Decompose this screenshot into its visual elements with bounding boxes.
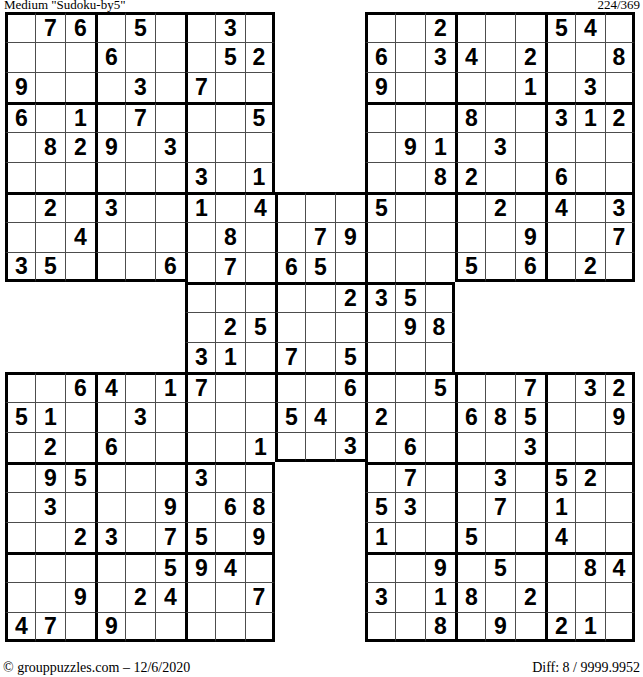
given-r18c5[interactable]: 5 [155, 552, 185, 582]
given-r1c20[interactable]: 8 [605, 42, 635, 72]
given-r10c13[interactable]: 9 [395, 312, 425, 342]
cell-r16c15[interactable] [455, 492, 485, 522]
given-r17c3[interactable]: 3 [95, 522, 125, 552]
cell-r13c2[interactable] [65, 402, 95, 432]
given-r18c19[interactable]: 8 [575, 552, 605, 582]
cell-r18c12[interactable] [365, 552, 395, 582]
cell-r17c7[interactable] [215, 522, 245, 552]
given-r19c17[interactable]: 2 [515, 582, 545, 612]
given-r6c18[interactable]: 4 [545, 192, 575, 222]
cell-r14c15[interactable] [455, 432, 485, 462]
given-r5c8[interactable]: 1 [245, 162, 275, 192]
cell-r20c20[interactable] [605, 612, 635, 642]
given-r10c7[interactable]: 2 [215, 312, 245, 342]
given-r14c8[interactable]: 1 [245, 432, 275, 462]
cell-r3c3[interactable] [95, 102, 125, 132]
cell-r20c6[interactable] [185, 612, 215, 642]
cell-r13c8[interactable] [245, 402, 275, 432]
cell-r8c3[interactable] [95, 252, 125, 282]
cell-r7c19[interactable] [575, 222, 605, 252]
cell-r5c19[interactable] [575, 162, 605, 192]
given-r0c7[interactable]: 3 [215, 12, 245, 42]
cell-r14c7[interactable] [215, 432, 245, 462]
cell-r15c5[interactable] [155, 462, 185, 492]
cell-r4c4[interactable] [125, 132, 155, 162]
cell-r20c17[interactable] [515, 612, 545, 642]
given-r18c7[interactable]: 4 [215, 552, 245, 582]
given-r16c18[interactable]: 1 [545, 492, 575, 522]
cell-r3c17[interactable] [515, 102, 545, 132]
given-r15c16[interactable]: 3 [485, 462, 515, 492]
cell-r7c15[interactable] [455, 222, 485, 252]
given-r18c6[interactable]: 9 [185, 552, 215, 582]
cell-r13c6[interactable] [185, 402, 215, 432]
given-r1c7[interactable]: 5 [215, 42, 245, 72]
given-r9c11[interactable]: 2 [335, 282, 365, 312]
cell-r16c3[interactable] [95, 492, 125, 522]
given-r16c12[interactable]: 5 [365, 492, 395, 522]
given-r7c17[interactable]: 9 [515, 222, 545, 252]
cell-r12c12[interactable] [365, 372, 395, 402]
cell-r8c16[interactable] [485, 252, 515, 282]
given-r19c14[interactable]: 1 [425, 582, 455, 612]
cell-r7c6[interactable] [185, 222, 215, 252]
cell-r15c3[interactable] [95, 462, 125, 492]
given-r11c11[interactable]: 5 [335, 342, 365, 372]
given-r16c5[interactable]: 9 [155, 492, 185, 522]
cell-r18c4[interactable] [125, 552, 155, 582]
cell-r14c6[interactable] [185, 432, 215, 462]
cell-r6c17[interactable] [515, 192, 545, 222]
cell-r3c6[interactable] [185, 102, 215, 132]
given-r14c17[interactable]: 3 [515, 432, 545, 462]
cell-r4c20[interactable] [605, 132, 635, 162]
cell-r7c18[interactable] [545, 222, 575, 252]
given-r3c2[interactable]: 1 [65, 102, 95, 132]
given-r8c9[interactable]: 6 [275, 252, 305, 282]
given-r15c19[interactable]: 2 [575, 462, 605, 492]
given-r12c5[interactable]: 1 [155, 372, 185, 402]
given-r9c13[interactable]: 5 [395, 282, 425, 312]
cell-r2c8[interactable] [245, 72, 275, 102]
cell-r5c5[interactable] [155, 162, 185, 192]
given-r3c0[interactable]: 6 [5, 102, 35, 132]
cell-r4c17[interactable] [515, 132, 545, 162]
cell-r18c2[interactable] [65, 552, 95, 582]
cell-r9c10[interactable] [305, 282, 335, 312]
cell-r10c12[interactable] [365, 312, 395, 342]
cell-r8c11[interactable] [335, 252, 365, 282]
cell-r5c3[interactable] [95, 162, 125, 192]
cell-r4c6[interactable] [185, 132, 215, 162]
cell-r8c12[interactable] [365, 252, 395, 282]
given-r9c12[interactable]: 3 [365, 282, 395, 312]
given-r2c6[interactable]: 7 [185, 72, 215, 102]
given-r3c19[interactable]: 1 [575, 102, 605, 132]
given-r11c7[interactable]: 1 [215, 342, 245, 372]
cell-r0c6[interactable] [185, 12, 215, 42]
given-r19c15[interactable]: 8 [455, 582, 485, 612]
given-r6c3[interactable]: 3 [95, 192, 125, 222]
cell-r3c5[interactable] [155, 102, 185, 132]
cell-r14c18[interactable] [545, 432, 575, 462]
given-r17c6[interactable]: 5 [185, 522, 215, 552]
cell-r18c0[interactable] [5, 552, 35, 582]
given-r15c18[interactable]: 5 [545, 462, 575, 492]
cell-r8c20[interactable] [605, 252, 635, 282]
cell-r18c3[interactable] [95, 552, 125, 582]
given-r14c11[interactable]: 3 [335, 432, 365, 462]
given-r15c13[interactable]: 7 [395, 462, 425, 492]
cell-r7c3[interactable] [95, 222, 125, 252]
cell-r13c13[interactable] [395, 402, 425, 432]
given-r12c2[interactable]: 6 [65, 372, 95, 402]
given-r8c15[interactable]: 5 [455, 252, 485, 282]
given-r6c6[interactable]: 1 [185, 192, 215, 222]
cell-r1c19[interactable] [575, 42, 605, 72]
cell-r1c18[interactable] [545, 42, 575, 72]
given-r20c0[interactable]: 4 [5, 612, 35, 642]
given-r8c0[interactable]: 3 [5, 252, 35, 282]
given-r1c14[interactable]: 3 [425, 42, 455, 72]
cell-r14c5[interactable] [155, 432, 185, 462]
cell-r5c13[interactable] [395, 162, 425, 192]
given-r16c13[interactable]: 3 [395, 492, 425, 522]
cell-r7c16[interactable] [485, 222, 515, 252]
cell-r20c2[interactable] [65, 612, 95, 642]
given-r19c12[interactable]: 3 [365, 582, 395, 612]
cell-r17c4[interactable] [125, 522, 155, 552]
given-r0c4[interactable]: 5 [125, 12, 155, 42]
cell-r5c12[interactable] [365, 162, 395, 192]
cell-r15c8[interactable] [245, 462, 275, 492]
given-r5c14[interactable]: 8 [425, 162, 455, 192]
cell-r10c10[interactable] [305, 312, 335, 342]
cell-r15c14[interactable] [425, 462, 455, 492]
given-r13c0[interactable]: 5 [5, 402, 35, 432]
cell-r17c14[interactable] [425, 522, 455, 552]
cell-r6c14[interactable] [425, 192, 455, 222]
cell-r7c5[interactable] [155, 222, 185, 252]
cell-r10c11[interactable] [335, 312, 365, 342]
given-r17c2[interactable]: 2 [65, 522, 95, 552]
cell-r2c1[interactable] [35, 72, 65, 102]
cell-r3c12[interactable] [365, 102, 395, 132]
cell-r17c16[interactable] [485, 522, 515, 552]
cell-r2c3[interactable] [95, 72, 125, 102]
cell-r13c14[interactable] [425, 402, 455, 432]
cell-r17c17[interactable] [515, 522, 545, 552]
given-r1c3[interactable]: 6 [95, 42, 125, 72]
cell-r1c16[interactable] [485, 42, 515, 72]
cell-r11c10[interactable] [305, 342, 335, 372]
cell-r14c14[interactable] [425, 432, 455, 462]
given-r7c7[interactable]: 8 [215, 222, 245, 252]
cell-r7c13[interactable] [395, 222, 425, 252]
given-r5c18[interactable]: 6 [545, 162, 575, 192]
cell-r14c12[interactable] [365, 432, 395, 462]
given-r1c8[interactable]: 2 [245, 42, 275, 72]
given-r19c4[interactable]: 2 [125, 582, 155, 612]
given-r13c12[interactable]: 2 [365, 402, 395, 432]
cell-r7c9[interactable] [275, 222, 305, 252]
cell-r1c2[interactable] [65, 42, 95, 72]
given-r3c15[interactable]: 8 [455, 102, 485, 132]
cell-r16c19[interactable] [575, 492, 605, 522]
cell-r15c15[interactable] [455, 462, 485, 492]
cell-r15c7[interactable] [215, 462, 245, 492]
cell-r4c8[interactable] [245, 132, 275, 162]
given-r20c16[interactable]: 9 [485, 612, 515, 642]
cell-r16c6[interactable] [185, 492, 215, 522]
cell-r3c14[interactable] [425, 102, 455, 132]
given-r17c18[interactable]: 4 [545, 522, 575, 552]
cell-r15c17[interactable] [515, 462, 545, 492]
given-r17c15[interactable]: 5 [455, 522, 485, 552]
given-r1c15[interactable]: 4 [455, 42, 485, 72]
cell-r13c3[interactable] [95, 402, 125, 432]
cell-r18c17[interactable] [515, 552, 545, 582]
cell-r19c13[interactable] [395, 582, 425, 612]
cell-r6c10[interactable] [305, 192, 335, 222]
cell-r2c20[interactable] [605, 72, 635, 102]
cell-r0c5[interactable] [155, 12, 185, 42]
given-r7c2[interactable]: 4 [65, 222, 95, 252]
given-r13c20[interactable]: 9 [605, 402, 635, 432]
cell-r2c5[interactable] [155, 72, 185, 102]
cell-r12c10[interactable] [305, 372, 335, 402]
cell-r2c14[interactable] [425, 72, 455, 102]
cell-r19c18[interactable] [545, 582, 575, 612]
given-r7c20[interactable]: 7 [605, 222, 635, 252]
cell-r8c18[interactable] [545, 252, 575, 282]
cell-r2c18[interactable] [545, 72, 575, 102]
cell-r8c8[interactable] [245, 252, 275, 282]
cell-r18c18[interactable] [545, 552, 575, 582]
given-r15c1[interactable]: 9 [35, 462, 65, 492]
given-r16c7[interactable]: 6 [215, 492, 245, 522]
given-r20c19[interactable]: 1 [575, 612, 605, 642]
given-r5c6[interactable]: 3 [185, 162, 215, 192]
given-r19c2[interactable]: 9 [65, 582, 95, 612]
cell-r13c18[interactable] [545, 402, 575, 432]
given-r13c17[interactable]: 5 [515, 402, 545, 432]
cell-r7c12[interactable] [365, 222, 395, 252]
cell-r9c7[interactable] [215, 282, 245, 312]
given-r13c1[interactable]: 1 [35, 402, 65, 432]
given-r8c10[interactable]: 5 [305, 252, 335, 282]
cell-r12c15[interactable] [455, 372, 485, 402]
cell-r6c4[interactable] [125, 192, 155, 222]
given-r0c2[interactable]: 6 [65, 12, 95, 42]
cell-r17c13[interactable] [395, 522, 425, 552]
given-r0c18[interactable]: 5 [545, 12, 575, 42]
cell-r2c7[interactable] [215, 72, 245, 102]
cell-r0c16[interactable] [485, 12, 515, 42]
cell-r16c0[interactable] [5, 492, 35, 522]
cell-r11c13[interactable] [395, 342, 425, 372]
cell-r20c7[interactable] [215, 612, 245, 642]
given-r6c8[interactable]: 4 [245, 192, 275, 222]
given-r15c6[interactable]: 3 [185, 462, 215, 492]
cell-r12c4[interactable] [125, 372, 155, 402]
cell-r2c15[interactable] [455, 72, 485, 102]
given-r6c16[interactable]: 2 [485, 192, 515, 222]
cell-r6c5[interactable] [155, 192, 185, 222]
given-r3c4[interactable]: 7 [125, 102, 155, 132]
cell-r6c15[interactable] [455, 192, 485, 222]
cell-r3c16[interactable] [485, 102, 515, 132]
cell-r13c19[interactable] [575, 402, 605, 432]
cell-r13c7[interactable] [215, 402, 245, 432]
cell-r0c0[interactable] [5, 12, 35, 42]
given-r5c15[interactable]: 2 [455, 162, 485, 192]
given-r8c5[interactable]: 6 [155, 252, 185, 282]
given-r18c16[interactable]: 5 [485, 552, 515, 582]
given-r2c12[interactable]: 9 [365, 72, 395, 102]
given-r6c1[interactable]: 2 [35, 192, 65, 222]
given-r10c8[interactable]: 5 [245, 312, 275, 342]
cell-r19c6[interactable] [185, 582, 215, 612]
cell-r14c16[interactable] [485, 432, 515, 462]
cell-r16c4[interactable] [125, 492, 155, 522]
given-r2c19[interactable]: 3 [575, 72, 605, 102]
cell-r6c7[interactable] [215, 192, 245, 222]
cell-r1c4[interactable] [125, 42, 155, 72]
given-r12c3[interactable]: 4 [95, 372, 125, 402]
cell-r4c18[interactable] [545, 132, 575, 162]
given-r4c14[interactable]: 1 [425, 132, 455, 162]
cell-r17c0[interactable] [5, 522, 35, 552]
cell-r9c6[interactable] [185, 282, 215, 312]
given-r17c8[interactable]: 9 [245, 522, 275, 552]
cell-r18c8[interactable] [245, 552, 275, 582]
cell-r17c19[interactable] [575, 522, 605, 552]
cell-r6c19[interactable] [575, 192, 605, 222]
given-r12c14[interactable]: 5 [425, 372, 455, 402]
cell-r6c11[interactable] [335, 192, 365, 222]
cell-r9c9[interactable] [275, 282, 305, 312]
given-r20c14[interactable]: 8 [425, 612, 455, 642]
cell-r7c0[interactable] [5, 222, 35, 252]
given-r3c20[interactable]: 2 [605, 102, 635, 132]
cell-r5c2[interactable] [65, 162, 95, 192]
given-r2c17[interactable]: 1 [515, 72, 545, 102]
cell-r19c0[interactable] [5, 582, 35, 612]
cell-r4c12[interactable] [365, 132, 395, 162]
cell-r17c20[interactable] [605, 522, 635, 552]
cell-r12c0[interactable] [5, 372, 35, 402]
given-r16c8[interactable]: 8 [245, 492, 275, 522]
given-r17c12[interactable]: 1 [365, 522, 395, 552]
cell-r16c20[interactable] [605, 492, 635, 522]
cell-r19c20[interactable] [605, 582, 635, 612]
cell-r14c10[interactable] [305, 432, 335, 462]
given-r13c9[interactable]: 5 [275, 402, 305, 432]
cell-r12c16[interactable] [485, 372, 515, 402]
cell-r12c13[interactable] [395, 372, 425, 402]
given-r17c5[interactable]: 7 [155, 522, 185, 552]
given-r6c12[interactable]: 5 [365, 192, 395, 222]
given-r13c4[interactable]: 3 [125, 402, 155, 432]
given-r4c2[interactable]: 2 [65, 132, 95, 162]
cell-r1c0[interactable] [5, 42, 35, 72]
given-r18c20[interactable]: 4 [605, 552, 635, 582]
given-r14c1[interactable]: 2 [35, 432, 65, 462]
cell-r6c2[interactable] [65, 192, 95, 222]
cell-r20c4[interactable] [125, 612, 155, 642]
cell-r4c0[interactable] [5, 132, 35, 162]
cell-r15c4[interactable] [125, 462, 155, 492]
given-r2c4[interactable]: 3 [125, 72, 155, 102]
cell-r19c19[interactable] [575, 582, 605, 612]
cell-r14c4[interactable] [125, 432, 155, 462]
cell-r11c8[interactable] [245, 342, 275, 372]
cell-r0c12[interactable] [365, 12, 395, 42]
given-r1c12[interactable]: 6 [365, 42, 395, 72]
cell-r4c7[interactable] [215, 132, 245, 162]
cell-r20c8[interactable] [245, 612, 275, 642]
given-r20c1[interactable]: 7 [35, 612, 65, 642]
given-r13c16[interactable]: 8 [485, 402, 515, 432]
cell-r7c4[interactable] [125, 222, 155, 252]
cell-r2c16[interactable] [485, 72, 515, 102]
cell-r14c19[interactable] [575, 432, 605, 462]
given-r10c14[interactable]: 8 [425, 312, 455, 342]
given-r4c16[interactable]: 3 [485, 132, 515, 162]
cell-r18c15[interactable] [455, 552, 485, 582]
given-r2c0[interactable]: 9 [5, 72, 35, 102]
given-r13c10[interactable]: 4 [305, 402, 335, 432]
given-r7c11[interactable]: 9 [335, 222, 365, 252]
given-r14c13[interactable]: 6 [395, 432, 425, 462]
given-r12c17[interactable]: 7 [515, 372, 545, 402]
cell-r14c2[interactable] [65, 432, 95, 462]
given-r4c1[interactable]: 8 [35, 132, 65, 162]
cell-r1c5[interactable] [155, 42, 185, 72]
cell-r5c1[interactable] [35, 162, 65, 192]
cell-r18c1[interactable] [35, 552, 65, 582]
given-r4c5[interactable]: 3 [155, 132, 185, 162]
cell-r5c16[interactable] [485, 162, 515, 192]
cell-r3c1[interactable] [35, 102, 65, 132]
given-r16c1[interactable]: 3 [35, 492, 65, 522]
cell-r5c17[interactable] [515, 162, 545, 192]
cell-r15c12[interactable] [365, 462, 395, 492]
given-r12c20[interactable]: 2 [605, 372, 635, 402]
cell-r14c9[interactable] [275, 432, 305, 462]
cell-r8c4[interactable] [125, 252, 155, 282]
given-r8c19[interactable]: 2 [575, 252, 605, 282]
cell-r5c20[interactable] [605, 162, 635, 192]
cell-r0c17[interactable] [515, 12, 545, 42]
cell-r20c15[interactable] [455, 612, 485, 642]
given-r15c2[interactable]: 5 [65, 462, 95, 492]
cell-r11c14[interactable] [425, 342, 455, 372]
given-r0c19[interactable]: 4 [575, 12, 605, 42]
given-r3c18[interactable]: 3 [545, 102, 575, 132]
cell-r8c2[interactable] [65, 252, 95, 282]
cell-r12c18[interactable] [545, 372, 575, 402]
given-r11c9[interactable]: 7 [275, 342, 305, 372]
cell-r11c12[interactable] [365, 342, 395, 372]
cell-r10c9[interactable] [275, 312, 305, 342]
given-r4c3[interactable]: 9 [95, 132, 125, 162]
given-r20c18[interactable]: 2 [545, 612, 575, 642]
given-r19c5[interactable]: 4 [155, 582, 185, 612]
cell-r19c1[interactable] [35, 582, 65, 612]
cell-r19c16[interactable] [485, 582, 515, 612]
